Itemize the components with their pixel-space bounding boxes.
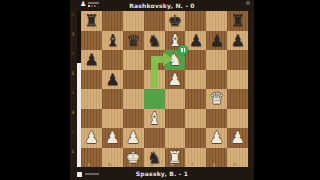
square-c7[interactable]: ♛: [123, 31, 144, 51]
square-d4[interactable]: [144, 89, 165, 109]
square-d3[interactable]: ♝: [144, 109, 165, 129]
rank-coordinate-4: 4: [72, 90, 77, 95]
black-rook-h8[interactable]: ♜: [227, 11, 248, 31]
square-a3[interactable]: [81, 109, 102, 129]
black-knight-d7[interactable]: ♞: [144, 31, 165, 51]
footer-square-icon: [77, 172, 82, 177]
rank-coordinate-1: 1: [72, 149, 77, 154]
square-f1[interactable]: f: [185, 148, 206, 168]
square-h7[interactable]: ♟: [227, 31, 248, 51]
black-pawn-h7[interactable]: ♟: [227, 31, 248, 51]
square-g5[interactable]: [206, 70, 227, 90]
white-rook-e1[interactable]: ♜: [165, 148, 186, 168]
square-c8[interactable]: [123, 11, 144, 31]
square-f6[interactable]: [185, 50, 206, 70]
square-b2[interactable]: ♟: [102, 128, 123, 148]
square-f3[interactable]: [185, 109, 206, 129]
square-e2[interactable]: [165, 128, 186, 148]
top-player-bar: ♟ Rashkovsky, N. - 0: [70, 0, 254, 11]
square-g6[interactable]: [206, 50, 227, 70]
square-b1[interactable]: b: [102, 148, 123, 168]
square-d7[interactable]: ♞: [144, 31, 165, 51]
square-h2[interactable]: ♟: [227, 128, 248, 148]
black-pawn-b5[interactable]: ♟: [102, 70, 123, 90]
square-h4[interactable]: [227, 89, 248, 109]
square-d1[interactable]: d♞: [144, 148, 165, 168]
black-pawn-g7[interactable]: ♟: [206, 31, 227, 51]
rank-coordinate-2: 2: [72, 129, 77, 134]
content-frame: ♟ Rashkovsky, N. - 0 87654321 ♜♚♜♝♛♞♝♟♟♟…: [70, 0, 254, 180]
square-a1[interactable]: a: [81, 148, 102, 168]
pause-icon[interactable]: [178, 45, 188, 55]
white-pawn-a2[interactable]: ♟: [81, 128, 102, 148]
white-pawn-g2[interactable]: ♟: [206, 128, 227, 148]
square-f8[interactable]: [185, 11, 206, 31]
move-arrow-horizontal: [151, 56, 163, 63]
white-king-c1[interactable]: ♚: [123, 148, 144, 168]
square-c4[interactable]: [123, 89, 144, 109]
square-d8[interactable]: [144, 11, 165, 31]
square-e4[interactable]: [165, 89, 186, 109]
square-c6[interactable]: [123, 50, 144, 70]
white-pawn-e5[interactable]: ♟: [165, 70, 186, 90]
square-a6[interactable]: ♟: [81, 50, 102, 70]
square-h5[interactable]: [227, 70, 248, 90]
square-b5[interactable]: ♟: [102, 70, 123, 90]
black-pawn-f7[interactable]: ♟: [185, 31, 206, 51]
black-bishop-b7[interactable]: ♝: [102, 31, 123, 51]
top-player-label: Rashkovsky, N. - 0: [70, 2, 254, 9]
rank-coordinate-8: 8: [72, 12, 77, 17]
move-arrow-head: [163, 52, 173, 66]
square-f4[interactable]: [185, 89, 206, 109]
square-a5[interactable]: [81, 70, 102, 90]
white-pawn-b2[interactable]: ♟: [102, 128, 123, 148]
square-b6[interactable]: [102, 50, 123, 70]
square-h6[interactable]: [227, 50, 248, 70]
square-e1[interactable]: e♜: [165, 148, 186, 168]
corner-icon: [246, 1, 250, 5]
rank-coordinates: 87654321: [72, 11, 77, 167]
square-a4[interactable]: [81, 89, 102, 109]
square-h1[interactable]: h: [227, 148, 248, 168]
black-rook-a8[interactable]: ♜: [81, 11, 102, 31]
square-e3[interactable]: [165, 109, 186, 129]
square-g1[interactable]: g: [206, 148, 227, 168]
square-g8[interactable]: [206, 11, 227, 31]
square-f5[interactable]: [185, 70, 206, 90]
white-bishop-d3[interactable]: ♝: [144, 109, 165, 129]
black-pawn-a6[interactable]: ♟: [81, 50, 102, 70]
video-frame: ♟ Rashkovsky, N. - 0 87654321 ♜♚♜♝♛♞♝♟♟♟…: [0, 0, 320, 180]
white-queen-g4[interactable]: ♛: [206, 89, 227, 109]
footer-badge-text: [85, 173, 99, 175]
square-e5[interactable]: ♟: [165, 70, 186, 90]
black-queen-c7[interactable]: ♛: [123, 31, 144, 51]
black-knight-d1[interactable]: ♞: [144, 148, 165, 168]
square-h8[interactable]: ♜: [227, 11, 248, 31]
square-h3[interactable]: [227, 109, 248, 129]
square-c5[interactable]: [123, 70, 144, 90]
rank-coordinate-3: 3: [72, 110, 77, 115]
white-pawn-h2[interactable]: ♟: [227, 128, 248, 148]
square-c1[interactable]: c♚: [123, 148, 144, 168]
rank-coordinate-5: 5: [72, 71, 77, 76]
square-c3[interactable]: [123, 109, 144, 129]
square-f7[interactable]: ♟: [185, 31, 206, 51]
black-king-e8[interactable]: ♚: [165, 11, 186, 31]
square-f2[interactable]: [185, 128, 206, 148]
square-d2[interactable]: [144, 128, 165, 148]
chess-board[interactable]: ♜♚♜♝♛♞♝♟♟♟♟♞♟♟♛♝♟♟♟♟♟abc♚d♞e♜fgh: [81, 11, 248, 167]
square-a8[interactable]: ♜: [81, 11, 102, 31]
white-pawn-c2[interactable]: ♟: [123, 128, 144, 148]
rank-coordinate-6: 6: [72, 51, 77, 56]
square-g4[interactable]: ♛: [206, 89, 227, 109]
square-g3[interactable]: [206, 109, 227, 129]
rank-coordinate-7: 7: [72, 32, 77, 37]
square-a2[interactable]: ♟: [81, 128, 102, 148]
square-g2[interactable]: ♟: [206, 128, 227, 148]
square-g7[interactable]: ♟: [206, 31, 227, 51]
square-a7[interactable]: [81, 31, 102, 51]
square-b3[interactable]: [102, 109, 123, 129]
square-b8[interactable]: [102, 11, 123, 31]
square-c2[interactable]: ♟: [123, 128, 144, 148]
square-e8[interactable]: ♚: [165, 11, 186, 31]
square-b4[interactable]: [102, 89, 123, 109]
square-b7[interactable]: ♝: [102, 31, 123, 51]
